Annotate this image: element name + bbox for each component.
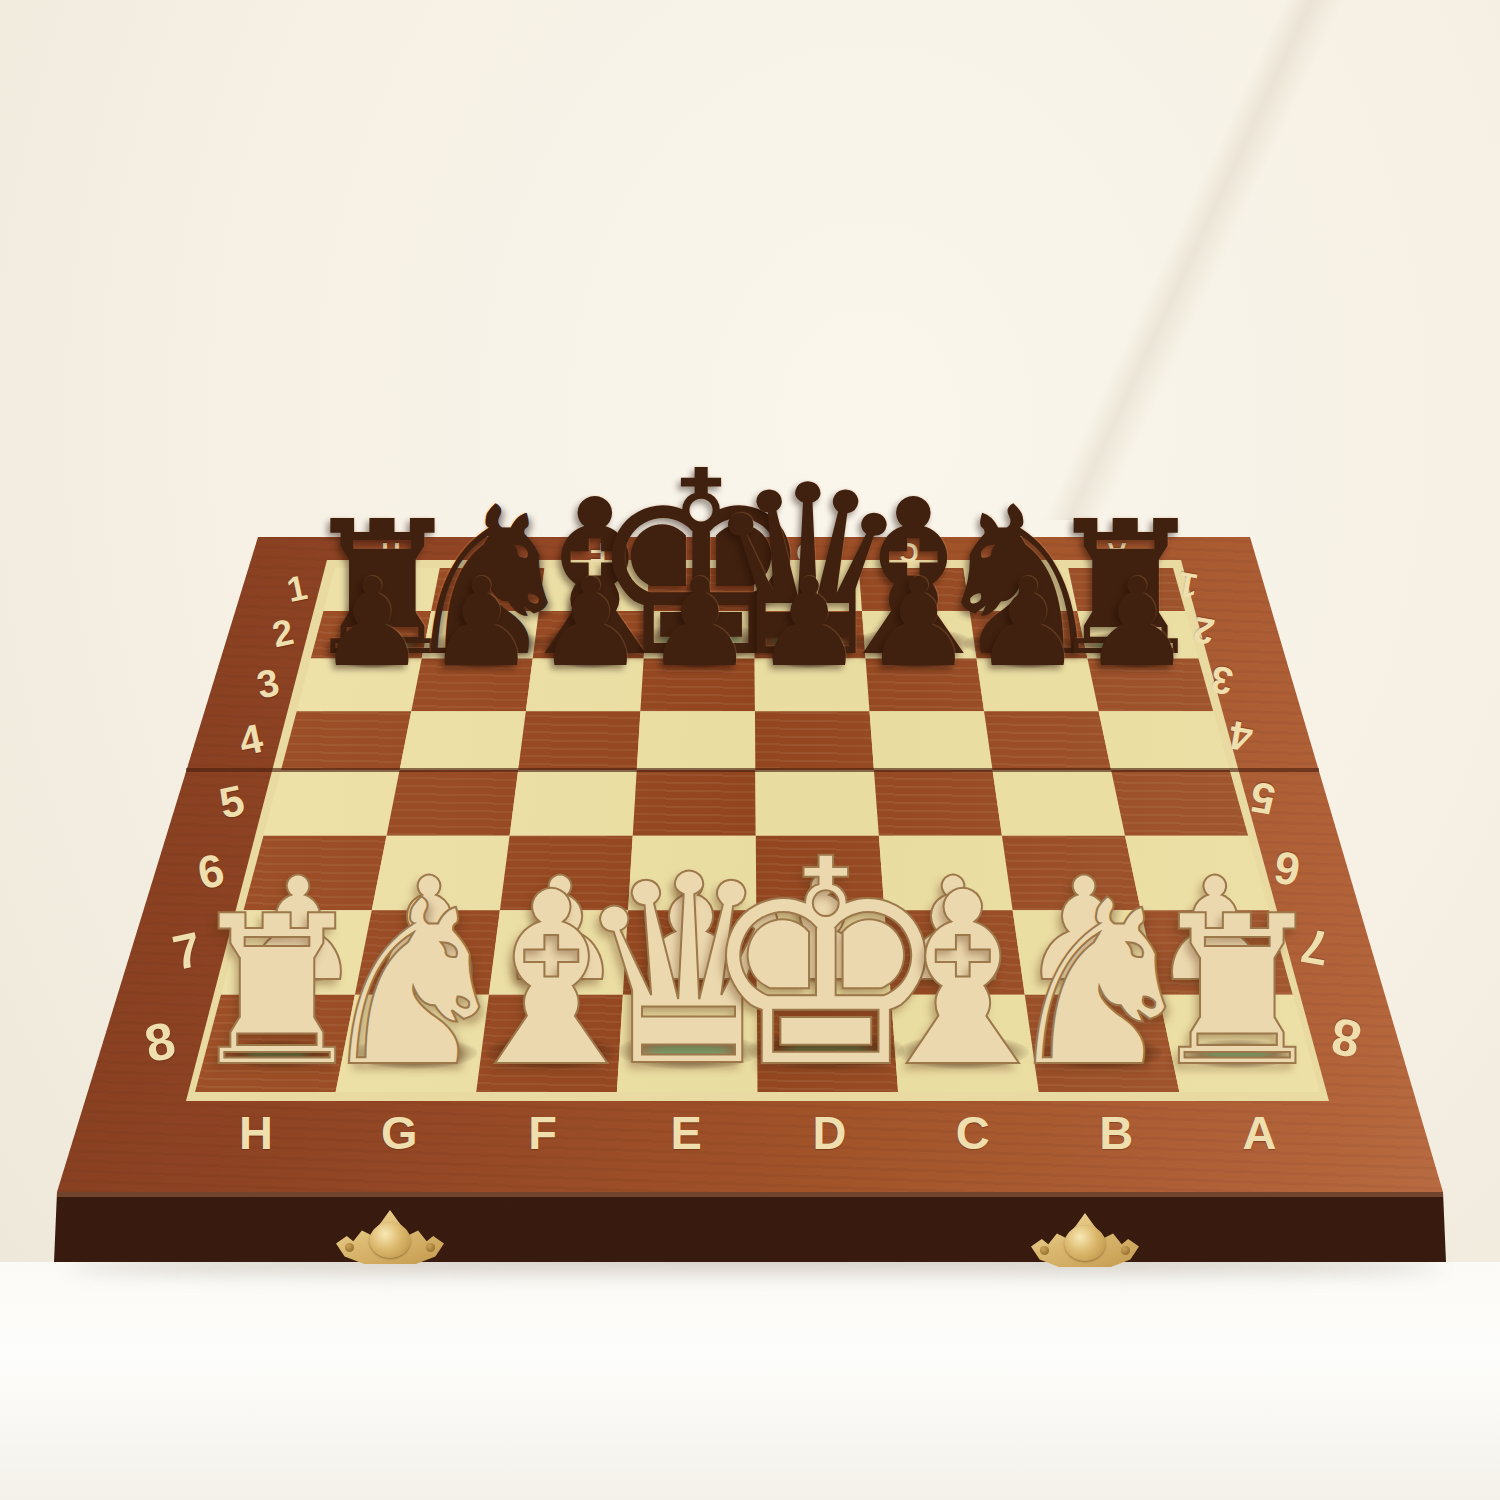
dark-pawn-f2-piece: ♟ [536, 562, 645, 684]
file-label-bottom-H: H [239, 1109, 273, 1156]
light-rook-a8-piece: ♜ [1144, 888, 1330, 1095]
file-label-bottom-A: A [1243, 1109, 1277, 1156]
dark-pawn-d2-piece: ♟ [754, 562, 863, 684]
brass-clasp-2 [1031, 1213, 1139, 1267]
dark-pawn-c2-piece: ♟ [864, 562, 973, 684]
brass-clasp-1 [336, 1210, 444, 1264]
clasp-boss [369, 1223, 410, 1258]
dark-pawn-h2-piece: ♟ [317, 562, 426, 684]
table-surface [0, 1262, 1500, 1500]
clasp-boss [1064, 1226, 1105, 1261]
dark-pawn-b2-piece: ♟ [973, 562, 1082, 684]
dark-pawn-a2-piece: ♟ [1082, 562, 1191, 684]
dark-pawn-g2-piece: ♟ [427, 562, 536, 684]
chess-set-photo: HGFEDCBAHGFEDCBA1234567812345678♜♞♝♚♛♝♞♜… [0, 0, 1500, 1500]
backdrop-crease [980, 0, 1400, 520]
dark-pawn-e2-piece: ♟ [645, 562, 754, 684]
